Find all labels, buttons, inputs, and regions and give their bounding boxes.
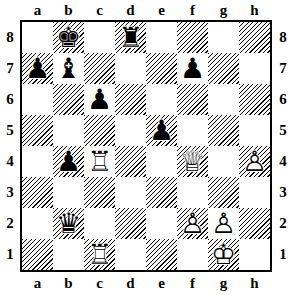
piece-white-pawn-f2[interactable]: ♟♙ xyxy=(177,208,208,239)
square-f2[interactable]: ♟♙ xyxy=(177,208,208,239)
rank-label-6: 6 xyxy=(274,84,292,115)
file-label-g: g xyxy=(208,274,239,292)
piece-black-bishop-b7[interactable]: ♝ xyxy=(53,53,84,84)
file-label-d: d xyxy=(115,274,146,292)
square-h6[interactable] xyxy=(239,84,270,115)
piece-outline-glyph: ♔ xyxy=(208,239,239,270)
square-b7[interactable]: ♝ xyxy=(53,53,84,84)
piece-fill-glyph: ♜ xyxy=(84,239,115,270)
file-label-b: b xyxy=(53,274,84,292)
square-f5[interactable] xyxy=(177,115,208,146)
rank-label-1: 1 xyxy=(274,239,292,270)
piece-glyph: ♚ xyxy=(53,22,84,53)
square-h7[interactable] xyxy=(239,53,270,84)
piece-glyph: ♟ xyxy=(53,146,84,177)
piece-white-king-g1[interactable]: ♚♔ xyxy=(208,239,239,270)
piece-fill-glyph: ♟ xyxy=(208,208,239,239)
square-f8[interactable] xyxy=(177,22,208,53)
square-h8[interactable] xyxy=(239,22,270,53)
square-c2[interactable] xyxy=(84,208,115,239)
rank-label-5: 5 xyxy=(274,115,292,146)
piece-fill-glyph: ♚ xyxy=(208,239,239,270)
piece-white-queen-f4[interactable]: ♛♕ xyxy=(177,146,208,177)
piece-glyph: ♟ xyxy=(177,53,208,84)
square-g2[interactable]: ♟♙ xyxy=(208,208,239,239)
square-b3[interactable] xyxy=(53,177,84,208)
file-labels-top: abcdefgh xyxy=(22,1,270,19)
piece-outline-glyph: ♖ xyxy=(84,146,115,177)
square-g5[interactable] xyxy=(208,115,239,146)
file-label-h: h xyxy=(239,274,270,292)
piece-white-pawn-g2[interactable]: ♟♙ xyxy=(208,208,239,239)
piece-glyph: ♝ xyxy=(53,53,84,84)
rank-label-2: 2 xyxy=(1,208,19,239)
square-a7[interactable]: ♟ xyxy=(22,53,53,84)
rank-label-7: 7 xyxy=(274,53,292,84)
piece-outline-glyph: ♖ xyxy=(84,239,115,270)
file-label-a: a xyxy=(22,274,53,292)
rank-label-4: 4 xyxy=(1,146,19,177)
file-label-g: g xyxy=(208,1,239,19)
piece-glyph: ♟ xyxy=(22,53,53,84)
rank-label-6: 6 xyxy=(1,84,19,115)
square-g4[interactable] xyxy=(208,146,239,177)
square-d4[interactable] xyxy=(115,146,146,177)
piece-white-rook-c1[interactable]: ♜♖ xyxy=(84,239,115,270)
rank-label-2: 2 xyxy=(274,208,292,239)
file-label-a: a xyxy=(22,1,53,19)
piece-black-pawn-b4[interactable]: ♟ xyxy=(53,146,84,177)
square-f3[interactable] xyxy=(177,177,208,208)
square-d6[interactable] xyxy=(115,84,146,115)
square-f6[interactable] xyxy=(177,84,208,115)
rank-label-1: 1 xyxy=(1,239,19,270)
piece-white-rook-c4[interactable]: ♜♖ xyxy=(84,146,115,177)
square-g6[interactable] xyxy=(208,84,239,115)
square-e2[interactable] xyxy=(146,208,177,239)
rank-label-3: 3 xyxy=(274,177,292,208)
rank-label-8: 8 xyxy=(1,22,19,53)
square-g1[interactable]: ♚♔ xyxy=(208,239,239,270)
piece-black-pawn-f7[interactable]: ♟ xyxy=(177,53,208,84)
file-label-c: c xyxy=(84,1,115,19)
square-g8[interactable] xyxy=(208,22,239,53)
piece-glyph: ♜ xyxy=(115,22,146,53)
square-b4[interactable]: ♟ xyxy=(53,146,84,177)
square-h4[interactable]: ♟♙ xyxy=(239,146,270,177)
piece-fill-glyph: ♟ xyxy=(239,146,270,177)
rank-label-8: 8 xyxy=(274,22,292,53)
file-label-e: e xyxy=(146,1,177,19)
square-d2[interactable] xyxy=(115,208,146,239)
square-d3[interactable] xyxy=(115,177,146,208)
rank-label-5: 5 xyxy=(1,115,19,146)
rank-label-4: 4 xyxy=(274,146,292,177)
file-label-c: c xyxy=(84,274,115,292)
square-c3[interactable] xyxy=(84,177,115,208)
square-e1[interactable] xyxy=(146,239,177,270)
file-label-e: e xyxy=(146,274,177,292)
square-c5[interactable] xyxy=(84,115,115,146)
piece-black-pawn-e5[interactable]: ♟ xyxy=(146,115,177,146)
square-e7[interactable] xyxy=(146,53,177,84)
piece-outline-glyph: ♙ xyxy=(208,208,239,239)
file-label-f: f xyxy=(177,1,208,19)
file-label-f: f xyxy=(177,274,208,292)
rank-labels-right: 87654321 xyxy=(274,22,292,270)
chess-diagram: abcdefgh abcdefgh 87654321 87654321 ♚♜♟♝… xyxy=(0,0,295,295)
square-g3[interactable] xyxy=(208,177,239,208)
piece-black-pawn-a7[interactable]: ♟ xyxy=(22,53,53,84)
square-d5[interactable] xyxy=(115,115,146,146)
square-d7[interactable] xyxy=(115,53,146,84)
square-d8[interactable]: ♜ xyxy=(115,22,146,53)
square-e8[interactable] xyxy=(146,22,177,53)
piece-black-rook-d8[interactable]: ♜ xyxy=(115,22,146,53)
square-a3[interactable] xyxy=(22,177,53,208)
square-a4[interactable] xyxy=(22,146,53,177)
piece-outline-glyph: ♕ xyxy=(177,146,208,177)
piece-fill-glyph: ♛ xyxy=(177,146,208,177)
square-c8[interactable] xyxy=(84,22,115,53)
square-c4[interactable]: ♜♖ xyxy=(84,146,115,177)
square-h1[interactable] xyxy=(239,239,270,270)
square-h2[interactable] xyxy=(239,208,270,239)
rank-label-7: 7 xyxy=(1,53,19,84)
rank-labels-left: 87654321 xyxy=(1,22,19,270)
square-b6[interactable] xyxy=(53,84,84,115)
square-c7[interactable] xyxy=(84,53,115,84)
square-c1[interactable]: ♜♖ xyxy=(84,239,115,270)
piece-black-queen-b2[interactable]: ♛ xyxy=(53,208,84,239)
piece-fill-glyph: ♟ xyxy=(177,208,208,239)
square-a5[interactable] xyxy=(22,115,53,146)
square-c6[interactable]: ♟ xyxy=(84,84,115,115)
square-a8[interactable] xyxy=(22,22,53,53)
piece-black-king-b8[interactable]: ♚ xyxy=(53,22,84,53)
piece-glyph: ♟ xyxy=(146,115,177,146)
square-a6[interactable] xyxy=(22,84,53,115)
square-e3[interactable] xyxy=(146,177,177,208)
chess-board: ♚♜♟♝♟♟♟♟♜♖♛♕♟♙♛♟♙♟♙♜♖♚♔ xyxy=(20,20,272,272)
square-h3[interactable] xyxy=(239,177,270,208)
square-a1[interactable] xyxy=(22,239,53,270)
square-e4[interactable] xyxy=(146,146,177,177)
square-a2[interactable] xyxy=(22,208,53,239)
square-h5[interactable] xyxy=(239,115,270,146)
piece-glyph: ♛ xyxy=(53,208,84,239)
piece-fill-glyph: ♜ xyxy=(84,146,115,177)
piece-glyph: ♟ xyxy=(84,84,115,115)
square-d1[interactable] xyxy=(115,239,146,270)
piece-white-pawn-h4[interactable]: ♟♙ xyxy=(239,146,270,177)
square-b2[interactable]: ♛ xyxy=(53,208,84,239)
file-label-d: d xyxy=(115,1,146,19)
rank-label-3: 3 xyxy=(1,177,19,208)
file-labels-bottom: abcdefgh xyxy=(22,274,270,292)
piece-black-pawn-c6[interactable]: ♟ xyxy=(84,84,115,115)
square-g7[interactable] xyxy=(208,53,239,84)
square-b1[interactable] xyxy=(53,239,84,270)
square-f7[interactable]: ♟ xyxy=(177,53,208,84)
square-e5[interactable]: ♟ xyxy=(146,115,177,146)
square-e6[interactable] xyxy=(146,84,177,115)
piece-outline-glyph: ♙ xyxy=(177,208,208,239)
square-b8[interactable]: ♚ xyxy=(53,22,84,53)
square-f1[interactable] xyxy=(177,239,208,270)
file-label-h: h xyxy=(239,1,270,19)
piece-outline-glyph: ♙ xyxy=(239,146,270,177)
square-b5[interactable] xyxy=(53,115,84,146)
square-f4[interactable]: ♛♕ xyxy=(177,146,208,177)
file-label-b: b xyxy=(53,1,84,19)
